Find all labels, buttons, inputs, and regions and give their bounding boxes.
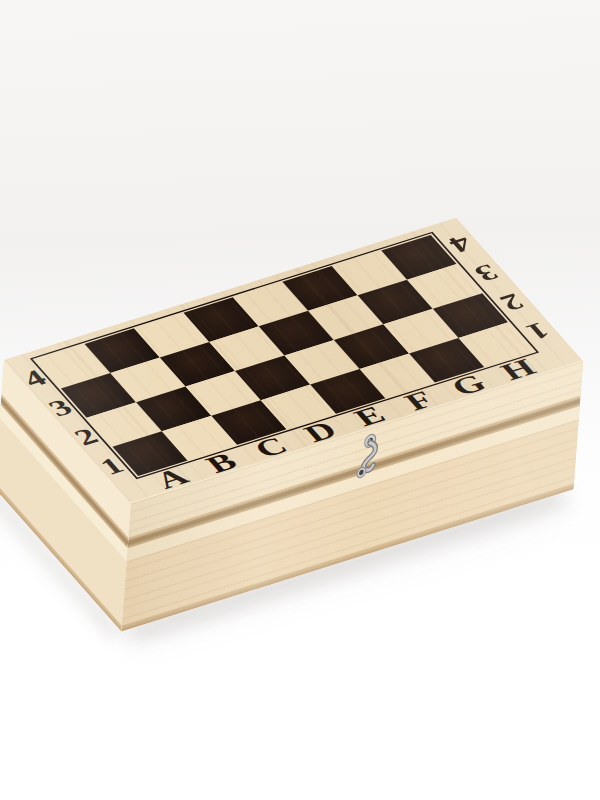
product-photo-chess-box: 4321 ABCDEFGH 4321 <box>0 0 600 800</box>
